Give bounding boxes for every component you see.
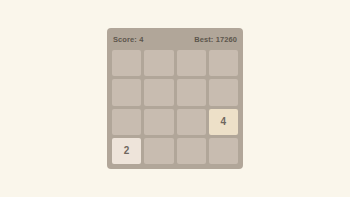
best-score-label: Best: 17260 <box>194 35 237 44</box>
empty-cell <box>209 79 238 105</box>
empty-cell <box>177 50 206 76</box>
empty-cell <box>144 79 173 105</box>
empty-cell <box>112 79 141 105</box>
game-board: Score: 4 Best: 17260 42 <box>107 28 243 169</box>
tile-2: 2 <box>112 138 141 164</box>
empty-cell <box>209 138 238 164</box>
empty-cell <box>112 109 141 135</box>
page-background: Score: 4 Best: 17260 42 <box>0 0 350 197</box>
empty-cell <box>177 109 206 135</box>
score-label: Score: 4 <box>113 35 143 44</box>
empty-cell <box>209 50 238 76</box>
board-header: Score: 4 Best: 17260 <box>107 28 243 50</box>
empty-cell <box>144 50 173 76</box>
tile-4: 4 <box>209 109 238 135</box>
empty-cell <box>144 138 173 164</box>
empty-cell <box>177 79 206 105</box>
empty-cell <box>144 109 173 135</box>
empty-cell <box>177 138 206 164</box>
tile-grid[interactable]: 42 <box>112 50 238 164</box>
empty-cell <box>112 50 141 76</box>
